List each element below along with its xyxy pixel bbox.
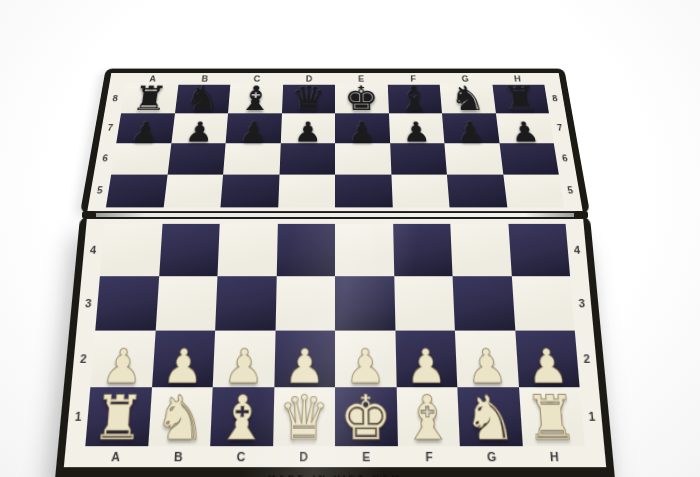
square-b4[interactable] [159,224,220,276]
square-f2[interactable]: ♟ [395,331,457,388]
square-h1[interactable]: ♜ [518,387,584,446]
square-e7[interactable]: ♟ [335,113,390,143]
square-f8[interactable]: ♝ [387,85,442,114]
border-strip [335,207,392,211]
square-e4[interactable] [335,224,394,276]
square-c4[interactable] [217,224,277,276]
square-d1[interactable]: ♛ [273,387,335,446]
square-a3[interactable] [95,276,158,330]
square-b5[interactable] [163,175,223,208]
black-knight[interactable]: ♞ [449,82,487,115]
white-rook[interactable]: ♜ [523,388,580,449]
border-strip [507,207,565,211]
square-b2[interactable]: ♟ [152,331,216,388]
square-f3[interactable] [394,276,455,330]
white-bishop[interactable]: ♝ [215,388,269,449]
square-c5[interactable] [220,175,279,208]
border-corner [109,73,127,85]
black-queen[interactable]: ♛ [291,82,326,115]
black-rook[interactable]: ♜ [501,82,540,115]
square-g3[interactable] [453,276,515,330]
border-strip [163,207,221,211]
border-strip [392,207,450,211]
square-g4[interactable] [450,224,511,276]
black-pawn[interactable]: ♟ [509,118,541,146]
square-c3[interactable] [215,276,276,330]
black-bishop[interactable]: ♝ [396,82,433,115]
photo-backdrop: ABCDEFGH8♜♞♝♛♚♝♞♜87♟♟♟♟♟♟♟♟76655 44332♟♟… [0,0,700,477]
square-h7[interactable]: ♟ [495,113,553,143]
square-f5[interactable] [391,175,450,208]
square-h2[interactable]: ♟ [515,331,580,388]
white-knight[interactable]: ♞ [462,388,517,449]
board-bottom-half: 44332♟♟♟♟♟♟♟♟21♜♞♝♛♚♝♞♜1ABCDEFGH MADE IN… [54,217,616,477]
square-a4[interactable] [100,224,162,276]
square-b3[interactable] [155,276,217,330]
black-pawn[interactable]: ♟ [455,118,486,146]
embossed-text: MADE IN VIET NAM [55,473,616,477]
square-h5[interactable] [503,175,564,208]
chess-board: ABCDEFGH8♜♞♝♛♚♝♞♜87♟♟♟♟♟♟♟♟76655 44332♟♟… [80,42,590,467]
square-f1[interactable]: ♝ [396,387,460,446]
square-e3[interactable] [335,276,395,330]
square-f4[interactable] [393,224,453,276]
square-d2[interactable]: ♟ [274,331,335,388]
border-corner [585,446,606,467]
square-g2[interactable]: ♟ [455,331,519,388]
border-strip [220,207,278,211]
square-h4[interactable] [508,224,570,276]
square-g5[interactable] [447,175,507,208]
bottom-half-grid: 44332♟♟♟♟♟♟♟♟21♜♞♝♛♚♝♞♜1ABCDEFGH [64,219,606,467]
square-b7[interactable]: ♟ [171,113,228,143]
square-c7[interactable]: ♟ [226,113,282,143]
black-pawn[interactable]: ♟ [239,118,269,146]
border-corner [64,446,85,467]
white-knight[interactable]: ♞ [152,388,207,449]
square-a1[interactable]: ♜ [85,387,151,446]
square-e1[interactable]: ♚ [335,387,397,446]
white-queen[interactable]: ♛ [277,388,330,449]
square-d3[interactable] [275,276,335,330]
square-e5[interactable] [335,175,392,208]
square-b1[interactable]: ♞ [148,387,213,446]
black-king[interactable]: ♚ [344,82,379,115]
square-e2[interactable]: ♟ [335,331,396,388]
square-a7[interactable]: ♟ [116,113,174,143]
square-a5[interactable] [106,175,167,208]
black-pawn[interactable]: ♟ [294,118,322,146]
square-a8[interactable]: ♜ [121,85,178,114]
square-b8[interactable]: ♞ [175,85,231,114]
border-strip [450,207,508,211]
white-rook[interactable]: ♜ [90,388,147,449]
square-g7[interactable]: ♟ [442,113,499,143]
white-bishop[interactable]: ♝ [401,388,455,449]
board-top-half: ABCDEFGH8♜♞♝♛♚♝♞♜87♟♟♟♟♟♟♟♟76655 [80,69,590,213]
square-a2[interactable]: ♟ [90,331,155,388]
square-d5[interactable] [278,175,335,208]
black-bishop[interactable]: ♝ [237,82,274,115]
square-g8[interactable]: ♞ [440,85,496,114]
black-rook[interactable]: ♜ [130,82,169,115]
top-half-grid: ABCDEFGH8♜♞♝♛♚♝♞♜87♟♟♟♟♟♟♟♟76655 [87,73,582,211]
border-strip [105,207,163,211]
square-f7[interactable]: ♟ [388,113,444,143]
square-h8[interactable]: ♜ [492,85,549,114]
black-pawn[interactable]: ♟ [348,118,376,146]
square-c1[interactable]: ♝ [210,387,274,446]
square-c2[interactable]: ♟ [213,331,275,388]
black-pawn[interactable]: ♟ [184,118,215,146]
square-c8[interactable]: ♝ [228,85,283,114]
black-pawn[interactable]: ♟ [129,118,161,146]
white-king[interactable]: ♚ [340,388,393,449]
square-d7[interactable]: ♟ [280,113,335,143]
square-h3[interactable] [511,276,574,330]
black-pawn[interactable]: ♟ [402,118,432,146]
border-corner [542,73,560,85]
border-strip [278,207,335,211]
square-d4[interactable] [276,224,335,276]
black-knight[interactable]: ♞ [183,82,221,115]
square-e8[interactable]: ♚ [335,85,388,114]
square-g1[interactable]: ♞ [457,387,522,446]
square-d8[interactable]: ♛ [282,85,335,114]
